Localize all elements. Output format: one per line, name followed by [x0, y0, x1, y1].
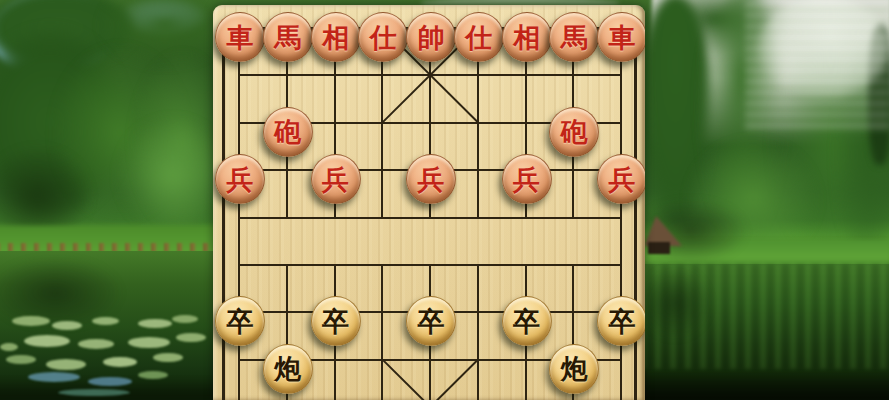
lily-pad	[92, 317, 119, 325]
bush-left-bright	[118, 118, 228, 233]
piece-red-chariot[interactable]: 車	[215, 12, 265, 62]
lily-pad	[88, 377, 132, 386]
piece-glyph: 炮	[561, 355, 588, 382]
piece-black-cannon[interactable]: 炮	[263, 344, 313, 394]
piece-glyph: 砲	[274, 118, 301, 145]
piece-red-soldier[interactable]: 兵	[597, 154, 645, 204]
hut-wall	[648, 242, 670, 254]
lily-pad	[138, 371, 168, 379]
piece-glyph: 卒	[418, 308, 445, 335]
piece-black-cannon[interactable]: 炮	[549, 344, 599, 394]
xiangqi-board: 車馬相仕帥仕相馬車砲砲兵兵兵兵兵卒卒卒卒卒炮炮	[213, 5, 645, 400]
piece-glyph: 卒	[513, 308, 540, 335]
piece-black-soldier[interactable]: 卒	[597, 296, 645, 346]
piece-glyph: 仕	[370, 24, 397, 51]
file-line-lower	[477, 264, 479, 400]
lily-pad	[6, 355, 36, 364]
piece-red-soldier[interactable]: 兵	[502, 154, 552, 204]
piece-glyph: 兵	[513, 166, 540, 193]
piece-glyph: 兵	[227, 166, 254, 193]
piece-glyph: 卒	[227, 308, 254, 335]
piece-glyph: 車	[227, 24, 254, 51]
piece-red-advisor[interactable]: 仕	[454, 12, 504, 62]
piece-red-cannon[interactable]: 砲	[549, 107, 599, 157]
piece-red-soldier[interactable]: 兵	[311, 154, 361, 204]
piece-glyph: 帥	[418, 24, 445, 51]
piece-glyph: 兵	[418, 166, 445, 193]
piece-red-cannon[interactable]: 砲	[263, 107, 313, 157]
piece-red-elephant[interactable]: 相	[502, 12, 552, 62]
piece-glyph: 相	[513, 24, 540, 51]
piece-glyph: 砲	[561, 118, 588, 145]
piece-glyph: 卒	[609, 308, 636, 335]
piece-glyph: 卒	[322, 308, 349, 335]
smear-bands-right	[745, 2, 889, 132]
lily-pad	[153, 353, 183, 362]
piece-red-chariot[interactable]: 車	[597, 12, 645, 62]
lily-pad	[58, 389, 130, 396]
piece-glyph: 仕	[465, 24, 492, 51]
piece-red-general[interactable]: 帥	[406, 12, 456, 62]
lily-pad	[46, 359, 86, 370]
lily-pad	[103, 357, 137, 367]
file-line-lower	[381, 264, 383, 400]
piece-red-soldier[interactable]: 兵	[215, 154, 265, 204]
lily-pad	[176, 333, 206, 342]
piece-glyph: 馬	[561, 24, 588, 51]
piece-glyph: 炮	[274, 355, 301, 382]
piece-black-soldier[interactable]: 卒	[502, 296, 552, 346]
lily-pad	[172, 315, 198, 323]
dark-reflection-right	[640, 268, 710, 338]
piece-red-horse[interactable]: 馬	[549, 12, 599, 62]
lily-pad	[28, 372, 80, 382]
piece-red-soldier[interactable]: 兵	[406, 154, 456, 204]
lily-pad	[138, 319, 172, 328]
piece-glyph: 相	[322, 24, 349, 51]
piece-glyph: 馬	[274, 24, 301, 51]
lily-pad	[78, 339, 114, 349]
lily-pad	[52, 321, 82, 330]
bottom-dark-right	[640, 372, 889, 400]
lily-pad	[0, 343, 18, 351]
game-screenshot: 車馬相仕帥仕相馬車砲砲兵兵兵兵兵卒卒卒卒卒炮炮	[0, 0, 889, 400]
lily-pad	[128, 337, 170, 348]
piece-black-soldier[interactable]: 卒	[311, 296, 361, 346]
piece-red-advisor[interactable]: 仕	[358, 12, 408, 62]
piece-glyph: 車	[609, 24, 636, 51]
lily-pad	[24, 335, 70, 347]
piece-glyph: 兵	[322, 166, 349, 193]
lily-pad	[12, 316, 50, 326]
piece-glyph: 兵	[609, 166, 636, 193]
piece-red-elephant[interactable]: 相	[311, 12, 361, 62]
piece-red-horse[interactable]: 馬	[263, 12, 313, 62]
